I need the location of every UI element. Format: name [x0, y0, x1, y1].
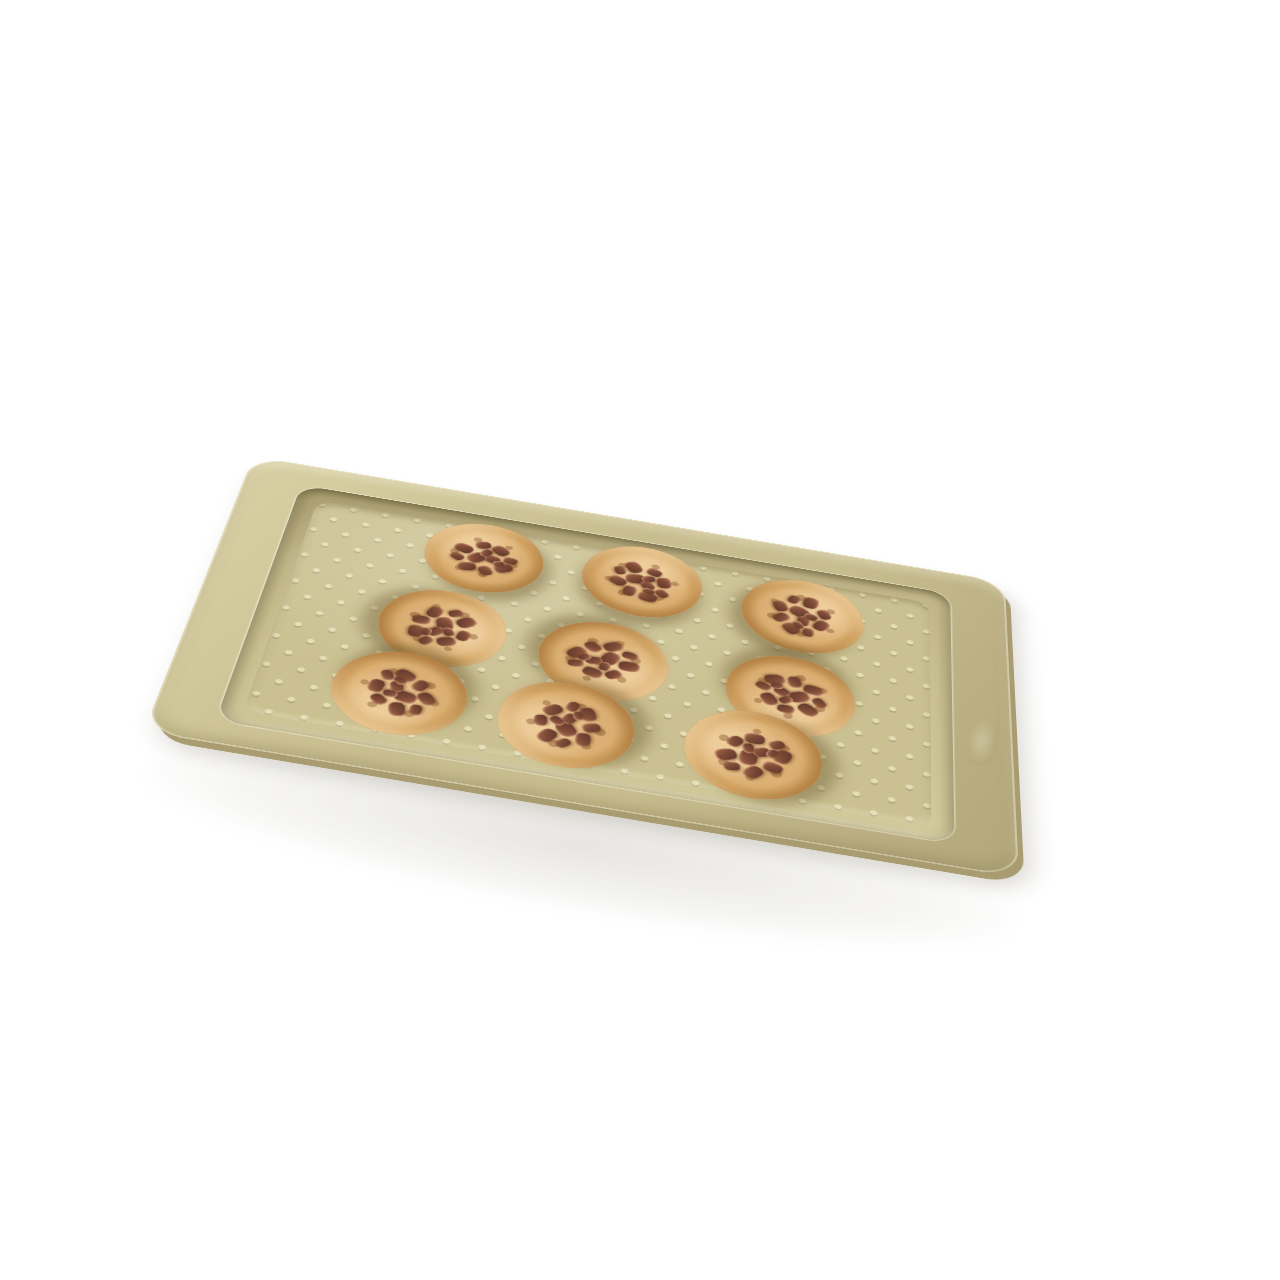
dough-freckle: [796, 631, 806, 637]
dough-freckle: [616, 677, 627, 683]
dough-freckle: [580, 742, 592, 750]
chocolate-chip: [492, 561, 506, 567]
chocolate-chip: [641, 576, 656, 582]
dough-freckle: [428, 700, 440, 707]
chocolate-chip: [389, 702, 406, 716]
embossed-brand-mark: [964, 716, 999, 766]
dough-freckle: [594, 727, 607, 736]
dough-freckle: [467, 633, 480, 641]
dough-freckle: [582, 675, 592, 680]
dough-freckle: [767, 612, 778, 618]
baking-sheet-plane: [144, 456, 1019, 878]
dough-freckle: [443, 646, 454, 653]
dough-freckle: [564, 655, 575, 661]
chocolate-chip: [441, 627, 456, 637]
dough-freckle: [826, 629, 834, 634]
baking-sheet: [162, 342, 1052, 961]
dough-freckle: [769, 769, 785, 779]
product-photo-stage: [0, 0, 1280, 1280]
chocolate-chip: [534, 714, 548, 727]
dough-freckle: [477, 571, 488, 578]
dough-freckle: [454, 565, 463, 571]
chocolate-chip: [475, 542, 492, 549]
chocolate-chip: [572, 712, 583, 721]
